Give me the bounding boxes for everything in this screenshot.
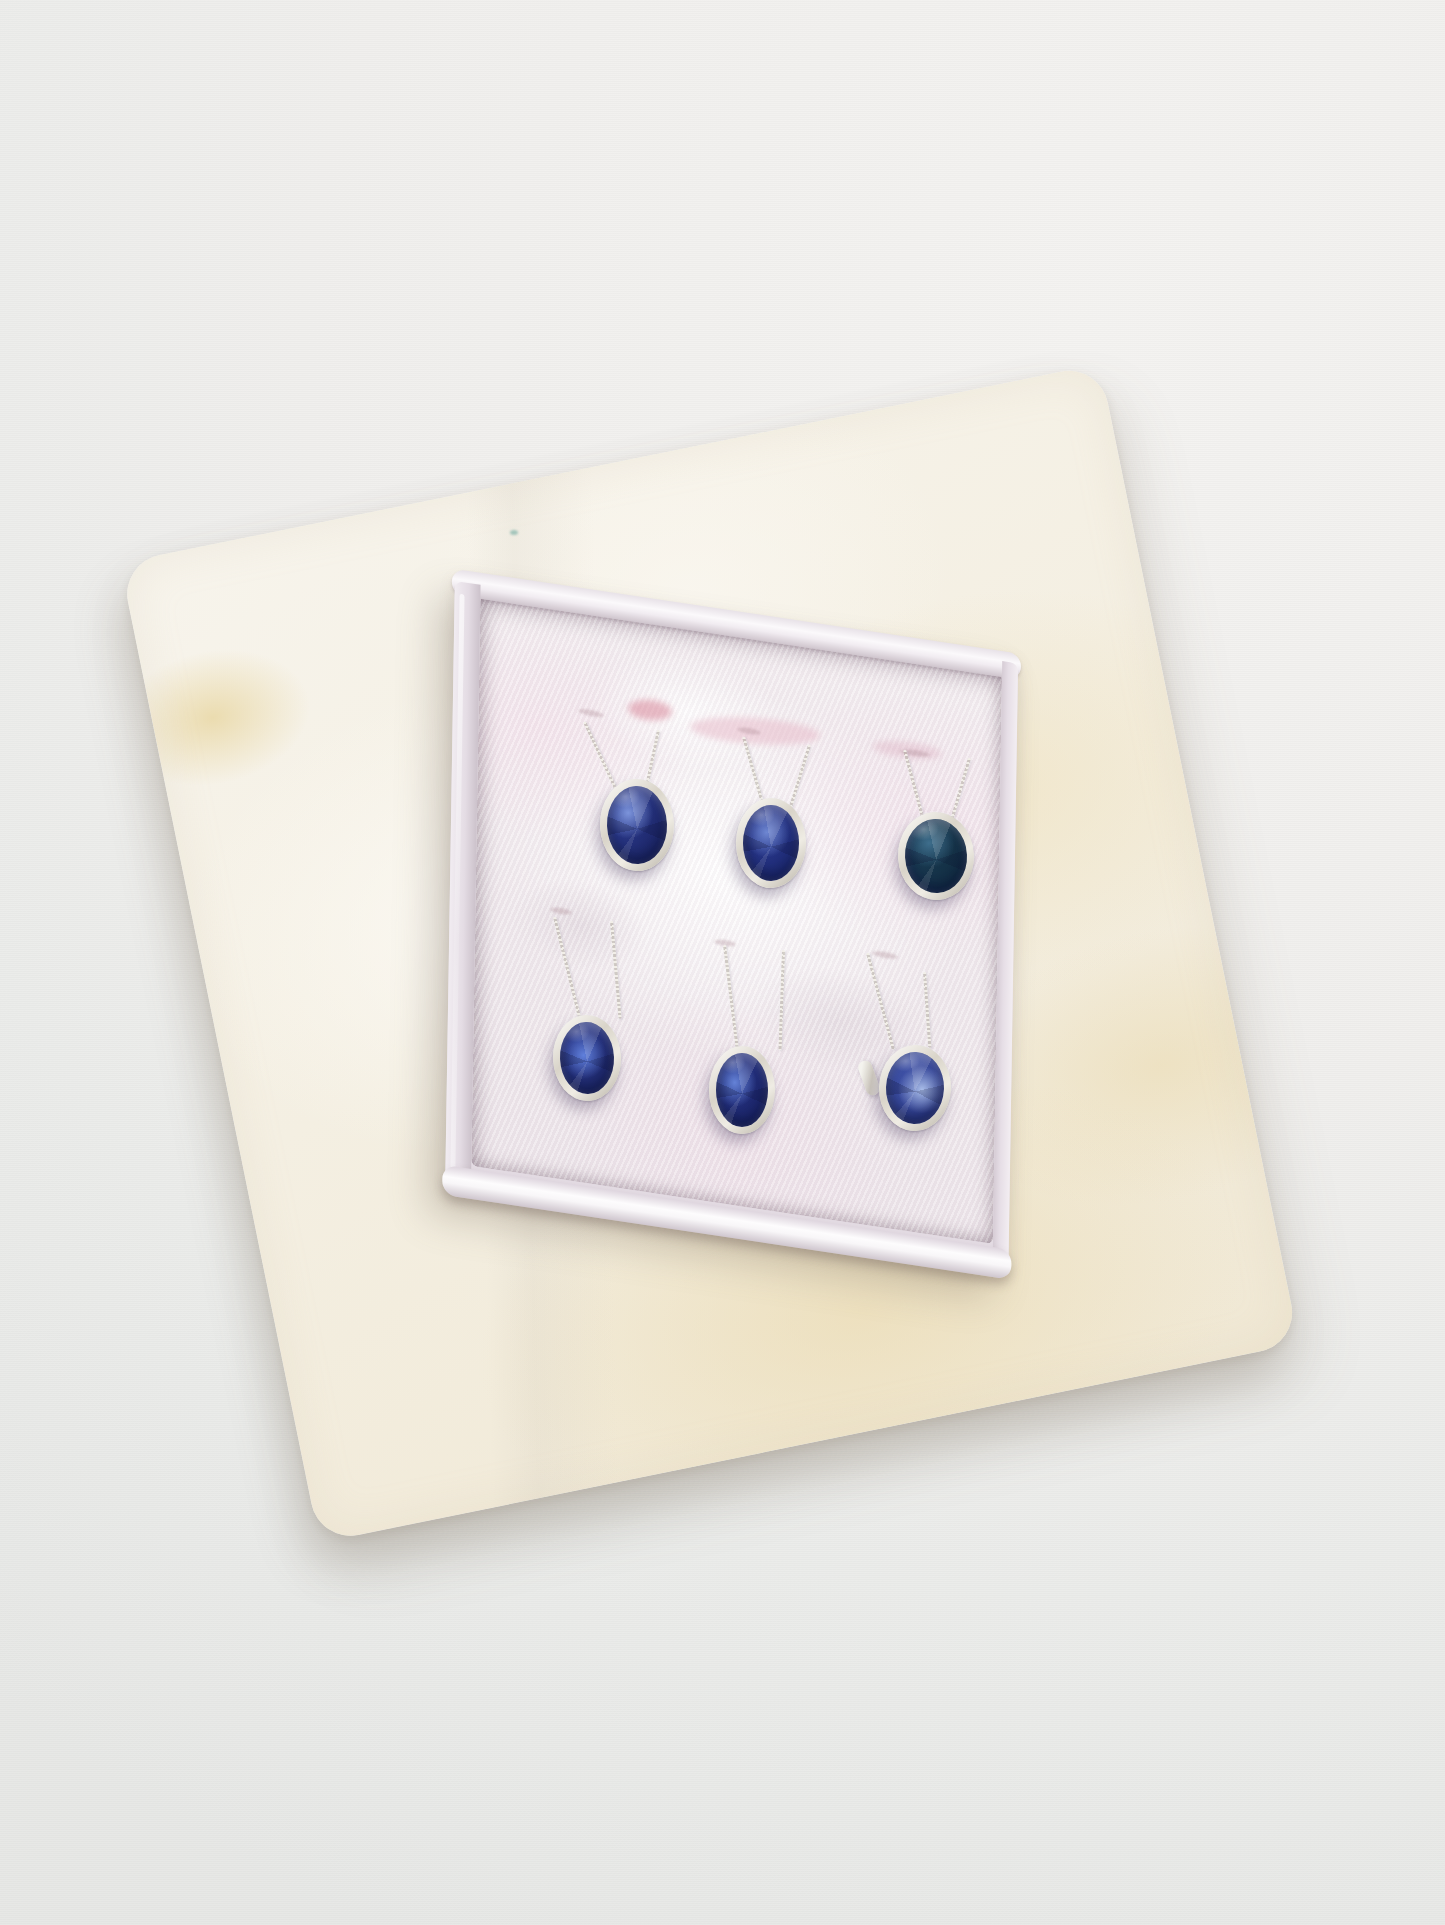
tissue-lining bbox=[471, 596, 1002, 1244]
jewelry-box bbox=[445, 572, 1018, 1276]
photo-scene bbox=[0, 0, 1445, 1925]
tile-speck bbox=[510, 530, 518, 535]
